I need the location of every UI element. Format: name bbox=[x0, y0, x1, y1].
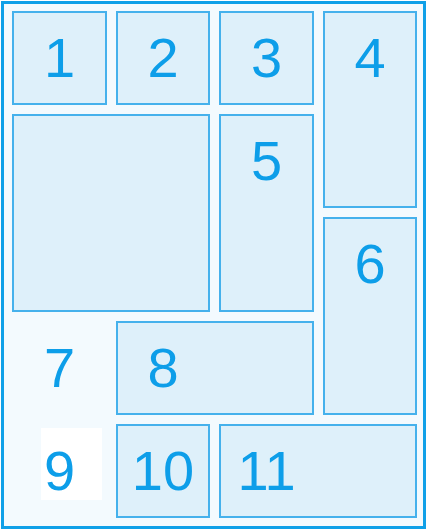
tile-label: 9 bbox=[12, 424, 107, 518]
tile-6[interactable]: 6 bbox=[323, 217, 418, 414]
tile-10[interactable]: 10 bbox=[116, 424, 211, 518]
tile-label: 2 bbox=[116, 11, 211, 105]
tile-label: 1 bbox=[12, 11, 107, 105]
tile-label: 6 bbox=[323, 217, 418, 311]
tile-label: 11 bbox=[219, 424, 314, 518]
tile-11[interactable]: 11 bbox=[219, 424, 417, 518]
tile-label bbox=[12, 114, 107, 208]
tile-8[interactable]: 8 bbox=[116, 321, 314, 415]
tile-1[interactable]: 1 bbox=[12, 11, 107, 105]
puzzle-board: 1 2 3 4 5 6 7 8 9 10 bbox=[1, 1, 426, 529]
tile-7[interactable]: 7 bbox=[12, 321, 107, 415]
tile-large-empty[interactable] bbox=[12, 114, 210, 311]
tile-label: 4 bbox=[323, 11, 418, 105]
tile-3[interactable]: 3 bbox=[219, 11, 314, 105]
tile-label: 10 bbox=[116, 424, 211, 518]
page: 1 2 3 4 5 6 7 8 9 10 bbox=[0, 0, 428, 532]
tile-2[interactable]: 2 bbox=[116, 11, 211, 105]
tile-label: 7 bbox=[12, 321, 107, 415]
tile-9[interactable]: 9 bbox=[12, 424, 107, 518]
tile-5[interactable]: 5 bbox=[219, 114, 314, 311]
tile-4[interactable]: 4 bbox=[323, 11, 418, 208]
tile-label: 5 bbox=[219, 114, 314, 208]
tile-label: 3 bbox=[219, 11, 314, 105]
tile-label: 8 bbox=[116, 321, 211, 415]
